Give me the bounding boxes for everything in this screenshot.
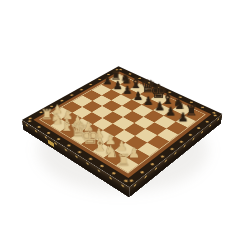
square-h2: ♟: [127, 149, 150, 164]
white-pawn: ♟: [50, 103, 64, 115]
brass-latch-icon: [48, 139, 55, 147]
black-knight: ♞: [172, 97, 186, 112]
white-rook: ♜: [39, 107, 54, 121]
product-photo-chess-set: ♜♞♝♛♚♝♞♜♟♟♟♟♟♟♟♟♟♟♟♟♟♟♟♟♜♞♝♛♚♝♞♜: [0, 0, 235, 235]
square-f8: ♝: [161, 98, 181, 109]
black-bishop: ♝: [161, 91, 175, 107]
square-g7: ♟: [164, 110, 184, 122]
